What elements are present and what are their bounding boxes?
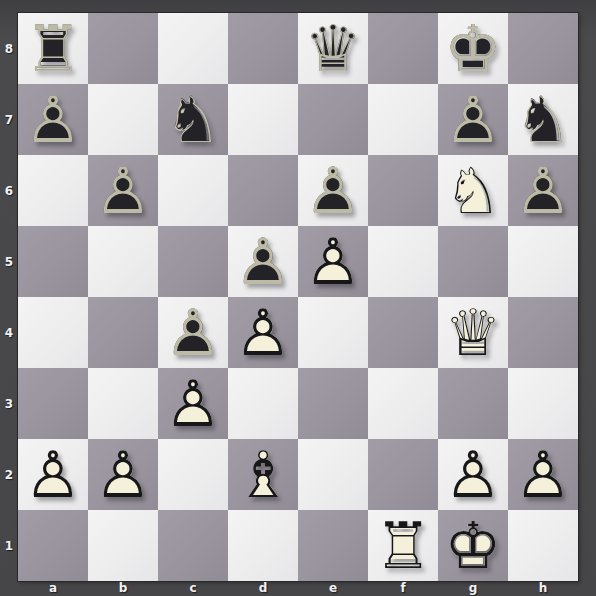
rank-labels: 87654321: [0, 13, 18, 581]
piece-outline-glyph: ♙: [18, 84, 88, 155]
piece-outline-glyph: ♙: [298, 226, 368, 297]
black-knight[interactable]: ♞♘: [158, 84, 228, 155]
square-c1[interactable]: [158, 510, 228, 581]
piece-outline-glyph: ♙: [298, 155, 368, 226]
white-king[interactable]: ♚♔: [438, 510, 508, 581]
piece-outline-glyph: ♔: [438, 13, 508, 84]
chess-diagram: 87654321 ♜♖♛♕♚♔♟♙♞♘♟♙♞♘♟♙♟♙♞♘♟♙♟♙♟♙♟♙♟♙♛…: [0, 0, 596, 596]
square-d4[interactable]: ♟♙: [228, 297, 298, 368]
file-label-b: b: [88, 581, 158, 596]
black-king[interactable]: ♚♔: [438, 13, 508, 84]
square-d7[interactable]: [228, 84, 298, 155]
square-c4[interactable]: ♟♙: [158, 297, 228, 368]
square-c5[interactable]: [158, 226, 228, 297]
square-g1[interactable]: ♚♔: [438, 510, 508, 581]
black-pawn[interactable]: ♟♙: [438, 84, 508, 155]
white-bishop[interactable]: ♝♗: [228, 439, 298, 510]
piece-outline-glyph: ♙: [438, 439, 508, 510]
rank-label-1: 1: [0, 510, 18, 581]
square-g8[interactable]: ♚♔: [438, 13, 508, 84]
file-label-h: h: [508, 581, 578, 596]
black-pawn[interactable]: ♟♙: [228, 226, 298, 297]
piece-outline-glyph: ♖: [368, 510, 438, 581]
piece-outline-glyph: ♙: [508, 439, 578, 510]
square-a6[interactable]: [18, 155, 88, 226]
square-e6[interactable]: ♟♙: [298, 155, 368, 226]
square-e2[interactable]: [298, 439, 368, 510]
square-h3[interactable]: [508, 368, 578, 439]
square-a8[interactable]: ♜♖: [18, 13, 88, 84]
square-d5[interactable]: ♟♙: [228, 226, 298, 297]
file-label-c: c: [158, 581, 228, 596]
piece-outline-glyph: ♙: [438, 84, 508, 155]
file-label-f: f: [368, 581, 438, 596]
rank-label-2: 2: [0, 439, 18, 510]
white-pawn[interactable]: ♟♙: [228, 297, 298, 368]
square-g5[interactable]: [438, 226, 508, 297]
rank-label-3: 3: [0, 368, 18, 439]
square-c8[interactable]: [158, 13, 228, 84]
piece-outline-glyph: ♙: [18, 439, 88, 510]
square-h1[interactable]: [508, 510, 578, 581]
piece-outline-glyph: ♘: [158, 84, 228, 155]
piece-outline-glyph: ♗: [228, 439, 298, 510]
square-a7[interactable]: ♟♙: [18, 84, 88, 155]
file-label-d: d: [228, 581, 298, 596]
square-f6[interactable]: [368, 155, 438, 226]
square-d2[interactable]: ♝♗: [228, 439, 298, 510]
square-g6[interactable]: ♞♘: [438, 155, 508, 226]
square-a2[interactable]: ♟♙: [18, 439, 88, 510]
square-e8[interactable]: ♛♕: [298, 13, 368, 84]
square-e7[interactable]: [298, 84, 368, 155]
square-h8[interactable]: [508, 13, 578, 84]
square-g3[interactable]: [438, 368, 508, 439]
square-g4[interactable]: ♛♕: [438, 297, 508, 368]
black-queen[interactable]: ♛♕: [298, 13, 368, 84]
square-f4[interactable]: [368, 297, 438, 368]
square-a4[interactable]: [18, 297, 88, 368]
square-b2[interactable]: ♟♙: [88, 439, 158, 510]
white-pawn[interactable]: ♟♙: [88, 439, 158, 510]
white-pawn[interactable]: ♟♙: [508, 439, 578, 510]
square-b1[interactable]: [88, 510, 158, 581]
white-pawn[interactable]: ♟♙: [298, 226, 368, 297]
black-pawn[interactable]: ♟♙: [298, 155, 368, 226]
square-g2[interactable]: ♟♙: [438, 439, 508, 510]
piece-outline-glyph: ♙: [88, 439, 158, 510]
white-pawn[interactable]: ♟♙: [438, 439, 508, 510]
piece-outline-glyph: ♙: [228, 297, 298, 368]
square-d1[interactable]: [228, 510, 298, 581]
rank-label-6: 6: [0, 155, 18, 226]
square-e3[interactable]: [298, 368, 368, 439]
square-a1[interactable]: [18, 510, 88, 581]
rank-label-8: 8: [0, 13, 18, 84]
chess-board[interactable]: ♜♖♛♕♚♔♟♙♞♘♟♙♞♘♟♙♟♙♞♘♟♙♟♙♟♙♟♙♟♙♛♕♟♙♟♙♟♙♝♗…: [18, 13, 578, 581]
square-h2[interactable]: ♟♙: [508, 439, 578, 510]
square-f2[interactable]: [368, 439, 438, 510]
piece-outline-glyph: ♙: [88, 155, 158, 226]
black-knight[interactable]: ♞♘: [508, 84, 578, 155]
square-e4[interactable]: [298, 297, 368, 368]
file-label-a: a: [18, 581, 88, 596]
square-c2[interactable]: [158, 439, 228, 510]
square-h6[interactable]: ♟♙: [508, 155, 578, 226]
square-a5[interactable]: [18, 226, 88, 297]
square-c7[interactable]: ♞♘: [158, 84, 228, 155]
file-label-g: g: [438, 581, 508, 596]
white-pawn[interactable]: ♟♙: [18, 439, 88, 510]
square-b8[interactable]: [88, 13, 158, 84]
square-h5[interactable]: [508, 226, 578, 297]
piece-outline-glyph: ♘: [508, 84, 578, 155]
piece-outline-glyph: ♖: [18, 13, 88, 84]
square-f1[interactable]: ♜♖: [368, 510, 438, 581]
piece-outline-glyph: ♕: [298, 13, 368, 84]
black-pawn[interactable]: ♟♙: [508, 155, 578, 226]
black-pawn[interactable]: ♟♙: [88, 155, 158, 226]
piece-outline-glyph: ♘: [438, 155, 508, 226]
square-f7[interactable]: [368, 84, 438, 155]
piece-outline-glyph: ♙: [508, 155, 578, 226]
square-c6[interactable]: [158, 155, 228, 226]
white-knight[interactable]: ♞♘: [438, 155, 508, 226]
square-h7[interactable]: ♞♘: [508, 84, 578, 155]
square-a3[interactable]: [18, 368, 88, 439]
square-b4[interactable]: [88, 297, 158, 368]
square-e1[interactable]: [298, 510, 368, 581]
square-d6[interactable]: [228, 155, 298, 226]
square-c3[interactable]: ♟♙: [158, 368, 228, 439]
square-f8[interactable]: [368, 13, 438, 84]
piece-outline-glyph: ♕: [438, 297, 508, 368]
piece-outline-glyph: ♙: [158, 368, 228, 439]
square-d3[interactable]: [228, 368, 298, 439]
square-f5[interactable]: [368, 226, 438, 297]
square-b6[interactable]: ♟♙: [88, 155, 158, 226]
square-b7[interactable]: [88, 84, 158, 155]
white-pawn[interactable]: ♟♙: [158, 368, 228, 439]
rank-label-4: 4: [0, 297, 18, 368]
white-queen[interactable]: ♛♕: [438, 297, 508, 368]
rank-label-5: 5: [0, 226, 18, 297]
white-rook[interactable]: ♜♖: [368, 510, 438, 581]
black-pawn[interactable]: ♟♙: [158, 297, 228, 368]
square-d8[interactable]: [228, 13, 298, 84]
square-e5[interactable]: ♟♙: [298, 226, 368, 297]
rank-label-7: 7: [0, 84, 18, 155]
file-label-e: e: [298, 581, 368, 596]
square-b3[interactable]: [88, 368, 158, 439]
file-labels: abcdefgh: [18, 581, 578, 596]
square-g7[interactable]: ♟♙: [438, 84, 508, 155]
piece-outline-glyph: ♙: [228, 226, 298, 297]
piece-outline-glyph: ♔: [438, 510, 508, 581]
black-rook[interactable]: ♜♖: [18, 13, 88, 84]
piece-outline-glyph: ♙: [158, 297, 228, 368]
square-f3[interactable]: [368, 368, 438, 439]
square-b5[interactable]: [88, 226, 158, 297]
black-pawn[interactable]: ♟♙: [18, 84, 88, 155]
square-h4[interactable]: [508, 297, 578, 368]
